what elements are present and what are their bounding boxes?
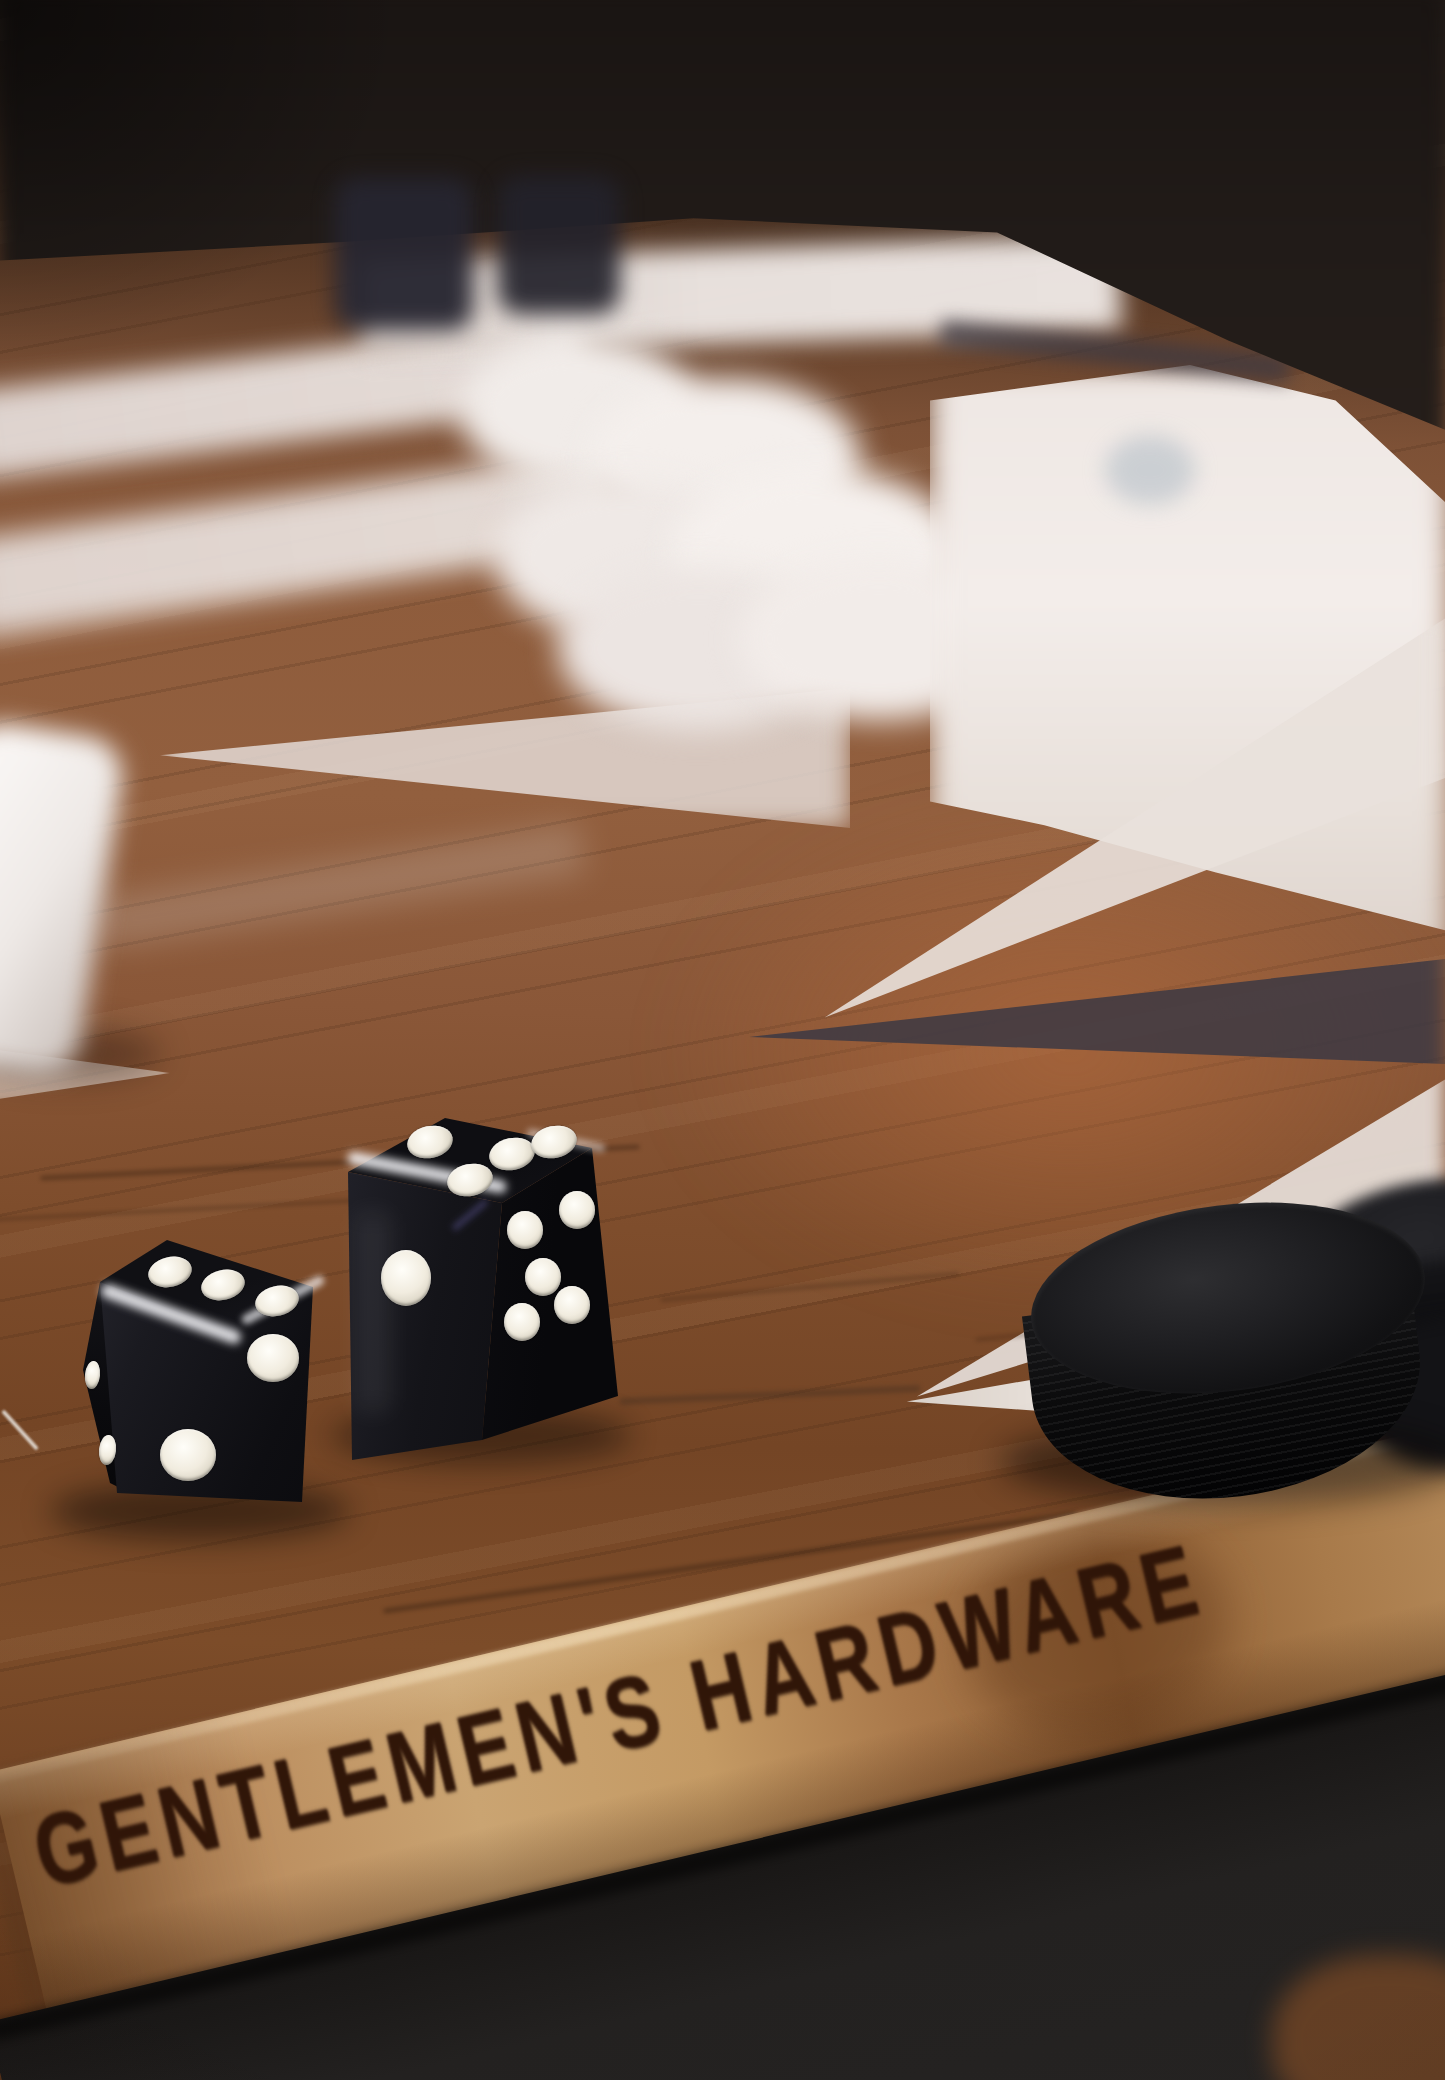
pip xyxy=(525,1258,561,1296)
background-black-checker-1 xyxy=(335,178,473,330)
pip xyxy=(554,1286,590,1324)
background-black-checker-2 xyxy=(498,176,620,314)
pip xyxy=(381,1250,431,1306)
backgammon-board-photo: GENTLEMEN'S HARDWARE xyxy=(0,0,1445,2080)
edge-dark-patch xyxy=(948,1504,1247,1759)
white-checker-shadow-detail xyxy=(1105,435,1195,505)
black-die-right xyxy=(330,1108,635,1470)
die-reflection xyxy=(356,1212,390,1412)
pip xyxy=(504,1303,540,1341)
black-die-left xyxy=(55,1225,350,1535)
pip xyxy=(507,1211,543,1249)
pip xyxy=(160,1429,216,1481)
pip xyxy=(247,1334,299,1382)
pip xyxy=(559,1191,595,1229)
